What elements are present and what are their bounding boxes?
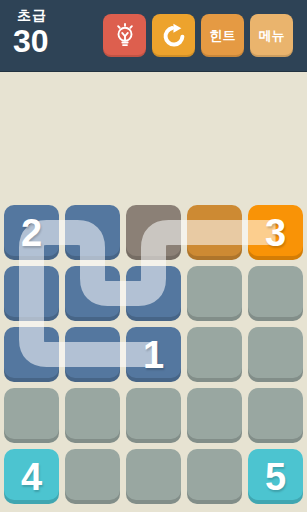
cell-r5c1[interactable]: 4 (4, 449, 59, 504)
cell-r5c5[interactable]: 5 (248, 449, 303, 504)
cell-r4c1[interactable] (4, 388, 59, 443)
cell-r1c3[interactable] (126, 205, 181, 260)
app: 초급 30 (0, 0, 307, 512)
cell-number-5: 5 (248, 449, 303, 504)
menu-button-label: 메뉴 (259, 27, 285, 45)
cell-r2c2[interactable] (65, 266, 120, 321)
cell-r5c3[interactable] (126, 449, 181, 504)
cell-r4c3[interactable] (126, 388, 181, 443)
board-grid: 23145 (4, 205, 303, 504)
cell-r2c5[interactable] (248, 266, 303, 321)
cell-r1c2[interactable] (65, 205, 120, 260)
board: 23145 (4, 205, 303, 504)
cell-r2c1[interactable] (4, 266, 59, 321)
cell-r4c4[interactable] (187, 388, 242, 443)
cell-r1c1[interactable]: 2 (4, 205, 59, 260)
cell-r1c5[interactable]: 3 (248, 205, 303, 260)
cell-r5c2[interactable] (65, 449, 120, 504)
level-block: 초급 30 (13, 7, 49, 59)
hint-button-label: 힌트 (210, 27, 236, 45)
cell-r3c3[interactable]: 1 (126, 327, 181, 382)
top-bar: 초급 30 (0, 0, 307, 72)
level-number: 30 (13, 25, 49, 59)
cell-r3c5[interactable] (248, 327, 303, 382)
lightbulb-icon (111, 22, 139, 50)
cell-r4c2[interactable] (65, 388, 120, 443)
hint-button[interactable]: 힌트 (201, 14, 244, 57)
cell-r4c5[interactable] (248, 388, 303, 443)
cell-r3c4[interactable] (187, 327, 242, 382)
cell-r2c4[interactable] (187, 266, 242, 321)
cell-number-2: 2 (4, 205, 59, 260)
cell-number-3: 3 (248, 205, 303, 260)
menu-button[interactable]: 메뉴 (250, 14, 293, 57)
restart-button[interactable] (152, 14, 195, 57)
cell-r3c1[interactable] (4, 327, 59, 382)
cell-number-4: 4 (4, 449, 59, 504)
cell-r2c3[interactable] (126, 266, 181, 321)
cell-r3c2[interactable] (65, 327, 120, 382)
refresh-icon (160, 22, 188, 50)
solution-button[interactable] (103, 14, 146, 57)
cell-r1c4[interactable] (187, 205, 242, 260)
cell-r5c4[interactable] (187, 449, 242, 504)
cell-number-1: 1 (126, 327, 181, 382)
